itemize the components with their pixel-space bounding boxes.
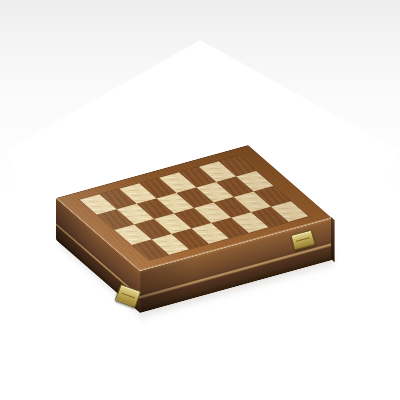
product-photo-scene	[0, 0, 400, 400]
box-right-edge	[331, 217, 335, 262]
